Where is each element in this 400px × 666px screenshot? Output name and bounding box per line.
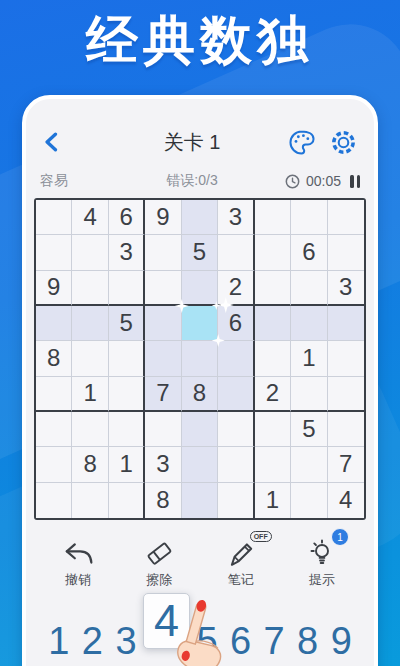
sudoku-cell-r9c7[interactable]: 1 bbox=[255, 483, 291, 518]
sudoku-cell-r1c3[interactable]: 6 bbox=[109, 200, 145, 235]
sudoku-cell-r1c4[interactable]: 9 bbox=[145, 200, 181, 235]
sudoku-cell-r1c8[interactable] bbox=[291, 200, 327, 235]
app-banner: 经典数独 bbox=[0, 6, 400, 76]
sudoku-cell-r7c8[interactable]: 5 bbox=[291, 412, 327, 447]
sudoku-cell-r3c8[interactable] bbox=[291, 271, 327, 306]
sudoku-cell-r4c4[interactable] bbox=[145, 306, 181, 341]
sudoku-cell-r5c3[interactable] bbox=[109, 341, 145, 376]
sudoku-cell-r9c6[interactable] bbox=[218, 483, 254, 518]
notes-off-badge: OFF bbox=[250, 531, 272, 542]
sudoku-cell-r4c1[interactable] bbox=[36, 306, 72, 341]
sudoku-cell-r8c1[interactable] bbox=[36, 447, 72, 482]
sudoku-cell-r7c2[interactable] bbox=[72, 412, 108, 447]
pause-icon bbox=[357, 175, 361, 188]
sudoku-cell-r6c8[interactable] bbox=[291, 377, 327, 412]
errors-label: 错误:0/3 bbox=[120, 172, 264, 190]
level-title: 关卡 1 bbox=[98, 129, 286, 156]
sudoku-cell-r7c3[interactable] bbox=[109, 412, 145, 447]
sudoku-cell-r5c2[interactable] bbox=[72, 341, 108, 376]
sudoku-cell-r3c5[interactable] bbox=[182, 271, 218, 306]
sudoku-cell-r1c2[interactable]: 4 bbox=[72, 200, 108, 235]
sudoku-cell-r3c7[interactable] bbox=[255, 271, 291, 306]
app-title: 经典数独 bbox=[0, 6, 400, 76]
sudoku-cell-r5c8[interactable]: 1 bbox=[291, 341, 327, 376]
sudoku-cell-r9c5[interactable] bbox=[182, 483, 218, 518]
undo-button[interactable]: 撤销 bbox=[52, 535, 104, 589]
toolbar: 撤销 擦除 OFF 笔记 bbox=[26, 535, 374, 589]
sudoku-cell-r2c2[interactable] bbox=[72, 235, 108, 270]
notes-label: 笔记 bbox=[228, 571, 254, 589]
sudoku-cell-r3c9[interactable]: 3 bbox=[328, 271, 364, 306]
difficulty-label: 容易 bbox=[40, 172, 120, 190]
sudoku-cell-r1c9[interactable] bbox=[328, 200, 364, 235]
erase-button[interactable]: 擦除 bbox=[133, 535, 185, 589]
sudoku-cell-r8c6[interactable] bbox=[218, 447, 254, 482]
sudoku-cell-r6c1[interactable] bbox=[36, 377, 72, 412]
sudoku-cell-r2c7[interactable] bbox=[255, 235, 291, 270]
eraser-icon bbox=[143, 539, 175, 567]
sudoku-cell-r8c4[interactable]: 3 bbox=[145, 447, 181, 482]
chevron-left-icon bbox=[42, 132, 60, 152]
palette-icon bbox=[288, 129, 315, 156]
status-bar: 容易 错误:0/3 00:05 bbox=[26, 172, 374, 190]
sudoku-cell-r8c2[interactable]: 8 bbox=[72, 447, 108, 482]
sudoku-cell-r6c2[interactable]: 1 bbox=[72, 377, 108, 412]
sudoku-cell-r7c1[interactable] bbox=[36, 412, 72, 447]
sudoku-cell-r1c5[interactable] bbox=[182, 200, 218, 235]
sudoku-cell-r8c8[interactable] bbox=[291, 447, 327, 482]
sudoku-cell-r3c4[interactable] bbox=[145, 271, 181, 306]
notes-button[interactable]: OFF 笔记 bbox=[215, 535, 267, 589]
sudoku-cell-r5c6[interactable] bbox=[218, 341, 254, 376]
sudoku-cell-r4c7[interactable] bbox=[255, 306, 291, 341]
sudoku-cell-r9c3[interactable] bbox=[109, 483, 145, 518]
sudoku-cell-r2c8[interactable]: 6 bbox=[291, 235, 327, 270]
sudoku-cell-r2c5[interactable]: 5 bbox=[182, 235, 218, 270]
numpad-6[interactable]: 6 bbox=[224, 621, 258, 663]
numpad-8[interactable]: 8 bbox=[291, 621, 325, 663]
numpad-7[interactable]: 7 bbox=[257, 621, 291, 663]
sudoku-cell-r3c6[interactable]: 2 bbox=[218, 271, 254, 306]
sudoku-cell-r5c1[interactable]: 8 bbox=[36, 341, 72, 376]
game-card: 关卡 1 bbox=[22, 95, 378, 666]
numpad-3[interactable]: 3 bbox=[109, 621, 143, 663]
pause-icon bbox=[350, 175, 354, 188]
gear-icon bbox=[330, 129, 357, 156]
sudoku-cell-r7c9[interactable] bbox=[328, 412, 364, 447]
sudoku-cell-r9c4[interactable]: 8 bbox=[145, 483, 181, 518]
pen-icon bbox=[226, 539, 256, 567]
sudoku-cell-r6c9[interactable] bbox=[328, 377, 364, 412]
sudoku-cell-r7c7[interactable] bbox=[255, 412, 291, 447]
sudoku-cell-r8c3[interactable]: 1 bbox=[109, 447, 145, 482]
numpad-4[interactable]: 4 bbox=[143, 593, 190, 649]
sudoku-cell-r3c3[interactable] bbox=[109, 271, 145, 306]
sudoku-cell-r2c6[interactable] bbox=[218, 235, 254, 270]
sudoku-cell-r1c1[interactable] bbox=[36, 200, 72, 235]
sudoku-cell-r8c9[interactable]: 7 bbox=[328, 447, 364, 482]
back-button[interactable] bbox=[42, 129, 72, 155]
sudoku-cell-r7c5[interactable] bbox=[182, 412, 218, 447]
timer-label: 00:05 bbox=[306, 173, 341, 189]
sudoku-cell-r7c6[interactable] bbox=[218, 412, 254, 447]
numpad-5[interactable]: 5 bbox=[190, 621, 224, 663]
undo-arrow-icon bbox=[62, 541, 94, 567]
sudoku-board: 46933569235681178258137814 bbox=[34, 198, 366, 520]
sudoku-cell-r3c2[interactable] bbox=[72, 271, 108, 306]
sudoku-cell-r9c2[interactable] bbox=[72, 483, 108, 518]
header: 关卡 1 bbox=[26, 99, 374, 159]
sudoku-cell-r5c9[interactable] bbox=[328, 341, 364, 376]
sudoku-cell-r9c8[interactable] bbox=[291, 483, 327, 518]
sudoku-cell-r4c9[interactable] bbox=[328, 306, 364, 341]
numpad-2[interactable]: 2 bbox=[76, 621, 110, 663]
undo-label: 撤销 bbox=[65, 571, 91, 589]
numpad-1[interactable]: 1 bbox=[42, 621, 76, 663]
numpad: 123456789 bbox=[26, 605, 374, 663]
sudoku-cell-r6c6[interactable] bbox=[218, 377, 254, 412]
sudoku-cell-r4c3[interactable]: 5 bbox=[109, 306, 145, 341]
sudoku-cell-r7c4[interactable] bbox=[145, 412, 181, 447]
sudoku-cell-r6c3[interactable] bbox=[109, 377, 145, 412]
hint-count-badge: 1 bbox=[331, 528, 349, 546]
clock-icon bbox=[285, 174, 300, 189]
theme-palette-button[interactable] bbox=[286, 128, 316, 156]
sudoku-cell-r4c2[interactable] bbox=[72, 306, 108, 341]
sudoku-cell-r2c4[interactable] bbox=[145, 235, 181, 270]
pause-button[interactable] bbox=[350, 175, 360, 188]
hint-label: 提示 bbox=[309, 571, 335, 589]
sudoku-cell-r4c6[interactable]: 6 bbox=[218, 306, 254, 341]
erase-label: 擦除 bbox=[146, 571, 172, 589]
sudoku-cell-r6c4[interactable]: 7 bbox=[145, 377, 181, 412]
sudoku-cell-r9c1[interactable] bbox=[36, 483, 72, 518]
sudoku-cell-r5c5[interactable] bbox=[182, 341, 218, 376]
sudoku-cell-r1c6[interactable]: 3 bbox=[218, 200, 254, 235]
sudoku-cell-r8c7[interactable] bbox=[255, 447, 291, 482]
hint-button[interactable]: 1 提示 bbox=[296, 535, 348, 589]
sudoku-cell-r2c3[interactable]: 3 bbox=[109, 235, 145, 270]
sudoku-cell-r1c7[interactable] bbox=[255, 200, 291, 235]
settings-button[interactable] bbox=[328, 128, 358, 156]
sudoku-cell-r2c1[interactable] bbox=[36, 235, 72, 270]
sudoku-cell-r8c5[interactable] bbox=[182, 447, 218, 482]
sudoku-cell-r4c5[interactable] bbox=[182, 306, 218, 341]
sudoku-cell-r5c4[interactable] bbox=[145, 341, 181, 376]
sudoku-cell-r2c9[interactable] bbox=[328, 235, 364, 270]
sudoku-cell-r9c9[interactable]: 4 bbox=[328, 483, 364, 518]
sudoku-cell-r3c1[interactable]: 9 bbox=[36, 271, 72, 306]
sudoku-cell-r5c7[interactable] bbox=[255, 341, 291, 376]
numpad-9[interactable]: 9 bbox=[324, 621, 358, 663]
sudoku-cell-r4c8[interactable] bbox=[291, 306, 327, 341]
sudoku-cell-r6c7[interactable]: 2 bbox=[255, 377, 291, 412]
sudoku-cell-r6c5[interactable]: 8 bbox=[182, 377, 218, 412]
